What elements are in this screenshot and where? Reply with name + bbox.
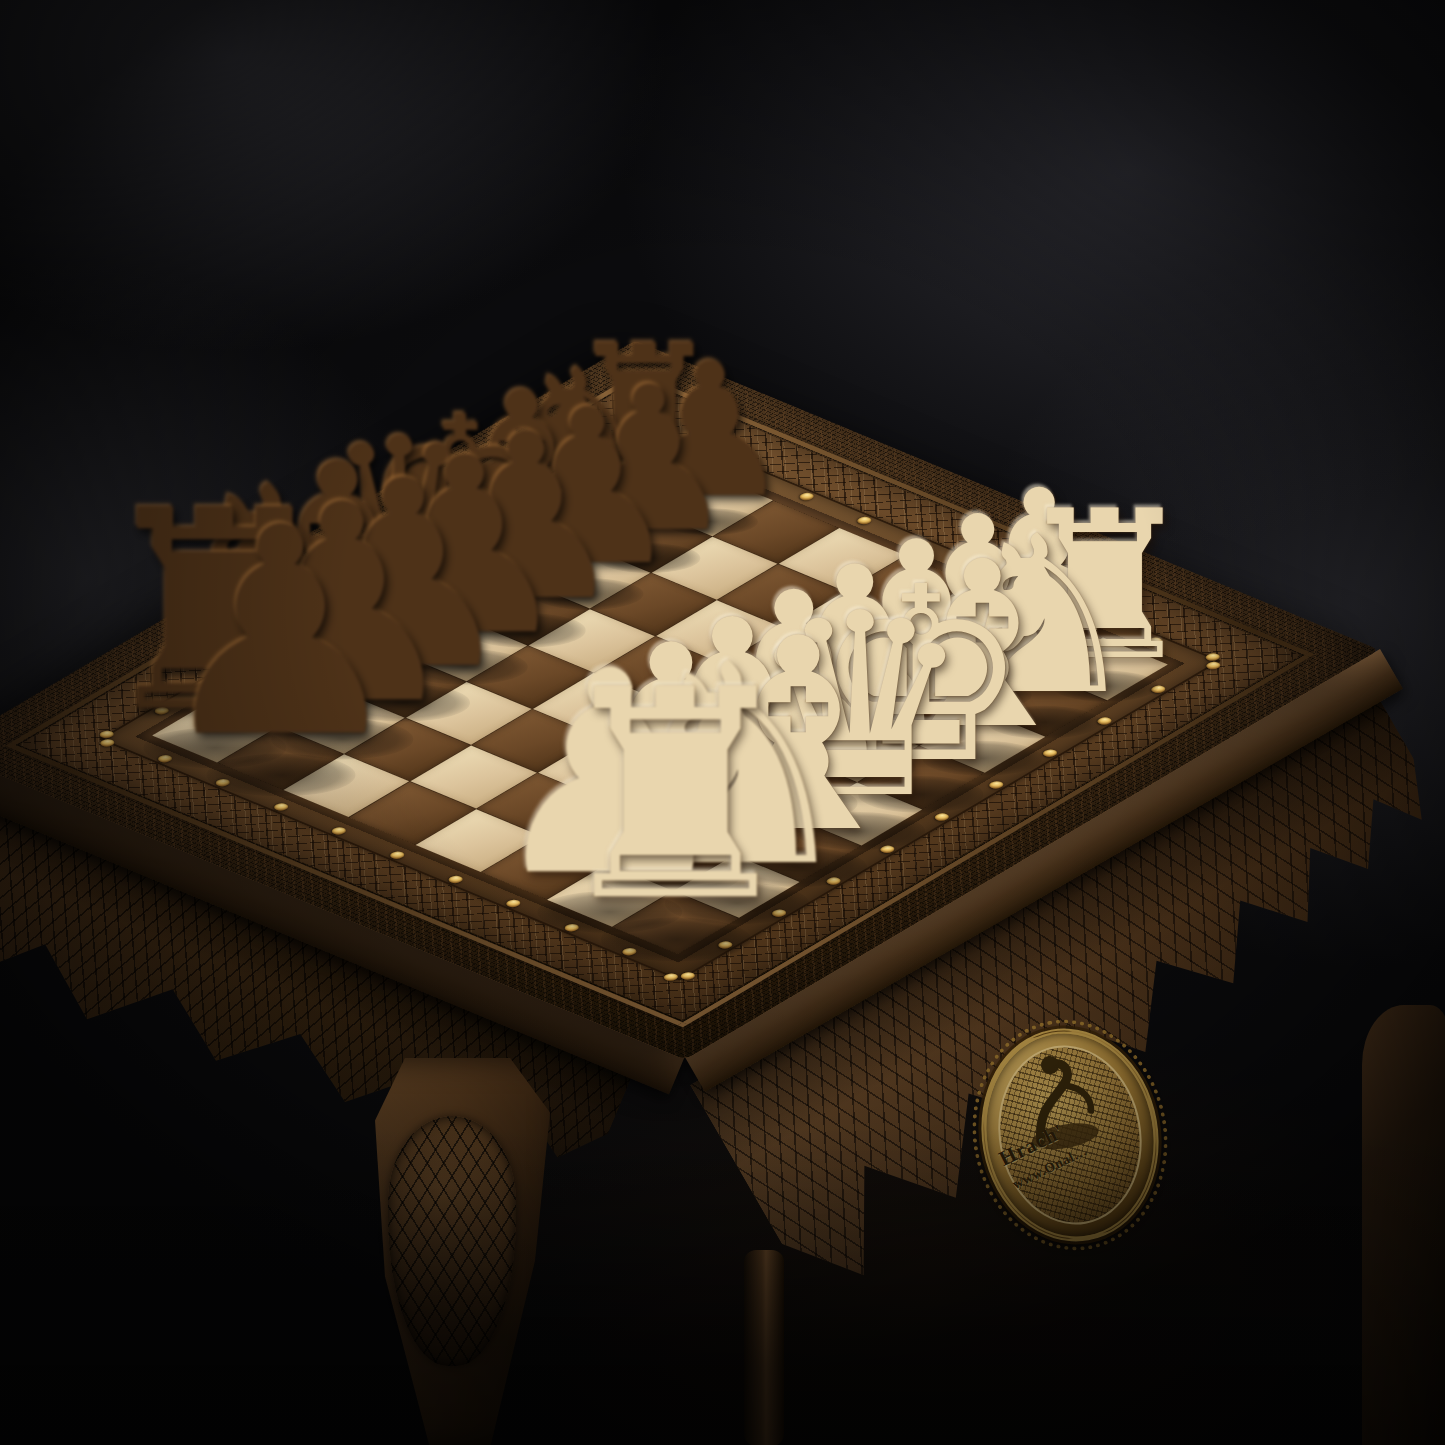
brass-screw-icon [423, 546, 443, 556]
brass-screw-icon [769, 908, 789, 918]
brass-screw-icon [329, 826, 349, 836]
brass-screw-icon [445, 874, 465, 884]
brass-screw-icon [504, 899, 524, 909]
brass-screw-icon [1145, 636, 1165, 646]
brass-screw-icon [913, 540, 933, 550]
brass-screw-icon [986, 780, 1006, 790]
brass-screw-icon [562, 923, 582, 933]
brass-screw-icon [368, 578, 388, 588]
brass-screw-icon [387, 850, 407, 860]
brass-screw-icon [1149, 684, 1169, 694]
brass-screw-icon [152, 706, 172, 716]
brass-screw-icon [878, 844, 898, 854]
brand-badge: Hrach' www.Onal… [965, 1014, 1175, 1255]
brass-screw-icon [213, 778, 233, 788]
brass-screw-icon [620, 947, 640, 957]
brass-screw-icon [314, 610, 334, 620]
brass-screw-icon [797, 492, 817, 502]
brass-screw-icon [824, 876, 844, 886]
brass-screw-icon [971, 564, 991, 574]
table-leg-right [1362, 1005, 1445, 1445]
brass-screw-icon [855, 516, 875, 526]
brass-screw-icon [1040, 748, 1060, 758]
brass-screw-icon [206, 674, 226, 684]
brass-screw-icon [531, 482, 551, 492]
brass-screw-icon [155, 754, 175, 764]
brass-screw-icon [1087, 612, 1107, 622]
table-leg-rear-spindle [744, 1250, 784, 1445]
brass-screw-icon [739, 467, 759, 477]
brass-screw-icon [271, 802, 291, 812]
brass-screw-icon [1094, 716, 1114, 726]
brass-screw-icon [932, 812, 952, 822]
table-leg-front [330, 1058, 580, 1445]
brass-screw-icon [680, 443, 700, 453]
brass-screw-icon [477, 514, 497, 524]
brass-screw-icon [585, 450, 605, 460]
brass-screw-icon [260, 642, 280, 652]
brass-screw-icon [1029, 588, 1049, 598]
brass-screw-icon [715, 940, 735, 950]
